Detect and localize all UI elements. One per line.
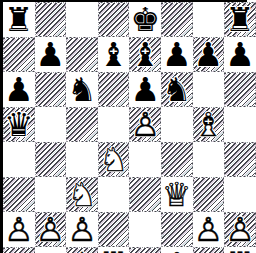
square-g2[interactable]: ♟♙	[193, 212, 225, 247]
white-knight-icon: ♞	[99, 143, 129, 176]
black-bishop-icon: ♝	[99, 38, 129, 71]
square-g7[interactable]: ♟	[193, 37, 225, 72]
square-a7[interactable]	[3, 37, 35, 72]
square-g4[interactable]	[193, 142, 225, 177]
square-d1[interactable]: ♜♖	[98, 247, 130, 253]
square-b8[interactable]	[35, 2, 67, 37]
square-b4[interactable]	[35, 142, 67, 177]
square-d6[interactable]	[98, 72, 130, 107]
chess-diagram-frame: ♜♚♜♟♝♝♟♟♟♟♞♟♞♛♟♙♝♗♞♘♞♘♛♕♟♙♟♙♟♙♟♙♟♙♚♔♜♖♝♗…	[0, 0, 247, 253]
square-h3[interactable]	[224, 177, 256, 212]
square-f2[interactable]	[161, 212, 193, 247]
white-knight-outline-icon: ♘	[99, 143, 129, 176]
white-rook-icon: ♜	[225, 248, 255, 253]
square-a3[interactable]	[3, 177, 35, 212]
square-b7[interactable]: ♟	[35, 37, 67, 72]
square-a5[interactable]: ♛	[3, 107, 35, 142]
white-pawn-icon: ♟	[225, 213, 255, 246]
square-g1[interactable]	[193, 247, 225, 253]
square-e7[interactable]: ♝	[129, 37, 161, 72]
square-h7[interactable]: ♟	[224, 37, 256, 72]
square-g6[interactable]	[193, 72, 225, 107]
square-f1[interactable]: ♝♗	[161, 247, 193, 253]
square-h4[interactable]	[224, 142, 256, 177]
square-a6[interactable]: ♟	[3, 72, 35, 107]
square-h8[interactable]: ♜	[224, 2, 256, 37]
square-f4[interactable]	[161, 142, 193, 177]
white-bishop-icon: ♝	[194, 108, 224, 141]
square-b6[interactable]	[35, 72, 67, 107]
white-pawn-outline-icon: ♙	[225, 213, 255, 246]
white-bishop-outline-icon: ♗	[162, 248, 192, 253]
white-pawn-icon: ♟	[67, 213, 97, 246]
chess-board: ♜♚♜♟♝♝♟♟♟♟♞♟♞♛♟♙♝♗♞♘♞♘♛♕♟♙♟♙♟♙♟♙♟♙♚♔♜♖♝♗…	[3, 2, 244, 248]
white-pawn-outline-icon: ♙	[67, 213, 97, 246]
square-d8[interactable]	[98, 2, 130, 37]
square-e2[interactable]	[129, 212, 161, 247]
black-rook-icon: ♜	[225, 3, 255, 36]
black-knight-icon: ♞	[162, 73, 192, 106]
white-pawn-outline-icon: ♙	[194, 213, 224, 246]
square-a4[interactable]	[3, 142, 35, 177]
white-pawn-outline-icon: ♙	[36, 213, 66, 246]
black-pawn-icon: ♟	[225, 38, 255, 71]
square-e6[interactable]: ♟	[129, 72, 161, 107]
square-c4[interactable]	[66, 142, 98, 177]
square-b1[interactable]	[35, 247, 67, 253]
square-e3[interactable]	[129, 177, 161, 212]
black-rook-icon: ♜	[4, 3, 34, 36]
white-rook-outline-icon: ♖	[225, 248, 255, 253]
square-d5[interactable]	[98, 107, 130, 142]
square-a8[interactable]: ♜	[3, 2, 35, 37]
white-bishop-icon: ♝	[162, 248, 192, 253]
square-d7[interactable]: ♝	[98, 37, 130, 72]
square-e1[interactable]	[129, 247, 161, 253]
white-queen-outline-icon: ♕	[162, 178, 192, 211]
square-e4[interactable]	[129, 142, 161, 177]
square-c8[interactable]	[66, 2, 98, 37]
black-queen-icon: ♛	[4, 108, 34, 141]
white-pawn-icon: ♟	[130, 108, 160, 141]
square-b2[interactable]: ♟♙	[35, 212, 67, 247]
square-h2[interactable]: ♟♙	[224, 212, 256, 247]
square-c6[interactable]: ♞	[66, 72, 98, 107]
square-a2[interactable]: ♟♙	[3, 212, 35, 247]
square-f3[interactable]: ♛♕	[161, 177, 193, 212]
black-bishop-icon: ♝	[130, 38, 160, 71]
square-e5[interactable]: ♟♙	[129, 107, 161, 142]
square-d3[interactable]	[98, 177, 130, 212]
white-bishop-outline-icon: ♗	[194, 108, 224, 141]
black-king-icon: ♚	[130, 3, 160, 36]
white-knight-icon: ♞	[67, 178, 97, 211]
white-pawn-outline-icon: ♙	[130, 108, 160, 141]
square-f8[interactable]	[161, 2, 193, 37]
white-pawn-icon: ♟	[4, 213, 34, 246]
square-c5[interactable]	[66, 107, 98, 142]
square-h5[interactable]	[224, 107, 256, 142]
square-c1[interactable]: ♚♔	[66, 247, 98, 253]
square-h1[interactable]: ♜♖	[224, 247, 256, 253]
white-rook-outline-icon: ♖	[99, 248, 129, 253]
white-rook-icon: ♜	[99, 248, 129, 253]
square-c2[interactable]: ♟♙	[66, 212, 98, 247]
black-pawn-icon: ♟	[194, 38, 224, 71]
square-f7[interactable]: ♟	[161, 37, 193, 72]
square-f5[interactable]	[161, 107, 193, 142]
square-c7[interactable]	[66, 37, 98, 72]
square-d4[interactable]: ♞♘	[98, 142, 130, 177]
square-h6[interactable]	[224, 72, 256, 107]
square-d2[interactable]	[98, 212, 130, 247]
white-queen-icon: ♛	[162, 178, 192, 211]
square-e8[interactable]: ♚	[129, 2, 161, 37]
black-pawn-icon: ♟	[130, 73, 160, 106]
square-g8[interactable]	[193, 2, 225, 37]
white-pawn-icon: ♟	[194, 213, 224, 246]
square-f6[interactable]: ♞	[161, 72, 193, 107]
white-knight-outline-icon: ♘	[67, 178, 97, 211]
black-pawn-icon: ♟	[36, 38, 66, 71]
square-b3[interactable]	[35, 177, 67, 212]
square-g5[interactable]: ♝♗	[193, 107, 225, 142]
white-king-icon: ♚	[67, 248, 97, 253]
square-a1[interactable]	[3, 247, 35, 253]
white-king-outline-icon: ♔	[67, 248, 97, 253]
white-pawn-outline-icon: ♙	[4, 213, 34, 246]
square-c3[interactable]: ♞♘	[66, 177, 98, 212]
black-pawn-icon: ♟	[162, 38, 192, 71]
square-g3[interactable]	[193, 177, 225, 212]
white-pawn-icon: ♟	[36, 213, 66, 246]
black-knight-icon: ♞	[67, 73, 97, 106]
square-b5[interactable]	[35, 107, 67, 142]
black-pawn-icon: ♟	[4, 73, 34, 106]
